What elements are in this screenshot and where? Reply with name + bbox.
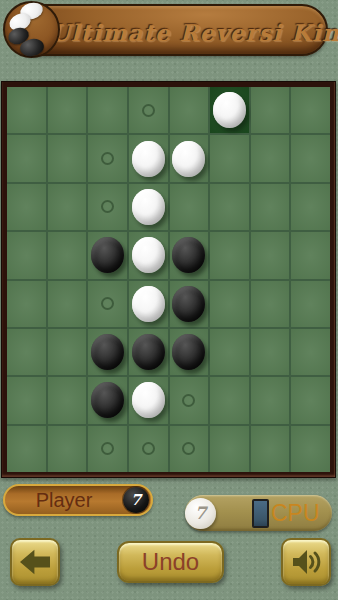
cell-h6[interactable] [291, 329, 330, 375]
cell-d2[interactable] [129, 135, 168, 181]
cell-b3[interactable] [48, 184, 87, 230]
cell-f2[interactable] [210, 135, 249, 181]
legal-move-hint-d1[interactable] [142, 104, 155, 117]
legal-move-hint-e7[interactable] [182, 394, 195, 407]
cell-b1[interactable] [48, 87, 87, 133]
app-title: Ultimate Reversi King [50, 19, 320, 46]
legal-move-hint-c5[interactable] [101, 297, 114, 310]
cell-a3[interactable] [7, 184, 46, 230]
cell-a7[interactable] [7, 377, 46, 423]
cell-e1[interactable] [170, 87, 209, 133]
cell-h5[interactable] [291, 281, 330, 327]
black-disc-e5 [172, 286, 205, 322]
undo-button[interactable]: Undo [117, 541, 224, 583]
cell-a6[interactable] [7, 329, 46, 375]
cell-d6[interactable] [129, 329, 168, 375]
cell-f1[interactable] [210, 87, 249, 133]
cell-d3[interactable] [129, 184, 168, 230]
cell-h2[interactable] [291, 135, 330, 181]
white-disc-f1 [213, 92, 246, 128]
cpu-white-disc-count: 7 [185, 498, 216, 529]
app-root: { "game": "reversi", "header": { "title"… [0, 0, 338, 600]
cell-b8[interactable] [48, 426, 87, 472]
cell-d7[interactable] [129, 377, 168, 423]
cell-c7[interactable] [88, 377, 127, 423]
cell-f6[interactable] [210, 329, 249, 375]
legal-move-hint-e8[interactable] [182, 442, 195, 455]
black-disc-e4 [172, 237, 205, 273]
cell-g5[interactable] [251, 281, 290, 327]
white-disc-d4 [132, 237, 165, 273]
cell-g2[interactable] [251, 135, 290, 181]
cell-e7[interactable] [170, 377, 209, 423]
back-button[interactable] [10, 538, 60, 586]
board-frame [1, 81, 336, 478]
cell-d4[interactable] [129, 232, 168, 278]
cell-c3[interactable] [88, 184, 127, 230]
black-disc-d6 [132, 334, 165, 370]
cell-c6[interactable] [88, 329, 127, 375]
cpu-score-pill: 7 CPU [185, 495, 332, 531]
cell-a5[interactable] [7, 281, 46, 327]
cell-b6[interactable] [48, 329, 87, 375]
cell-f8[interactable] [210, 426, 249, 472]
sound-button[interactable] [281, 538, 331, 586]
player-score-pill: Player 7 [3, 484, 153, 516]
legal-move-hint-d8[interactable] [142, 442, 155, 455]
cell-f3[interactable] [210, 184, 249, 230]
white-disc-d3 [132, 189, 165, 225]
cell-e6[interactable] [170, 329, 209, 375]
cell-e8[interactable] [170, 426, 209, 472]
cell-h3[interactable] [291, 184, 330, 230]
cell-e4[interactable] [170, 232, 209, 278]
cell-d1[interactable] [129, 87, 168, 133]
black-disc-c7 [91, 382, 124, 418]
cell-e2[interactable] [170, 135, 209, 181]
legal-move-hint-c3[interactable] [101, 200, 114, 213]
legal-move-hint-c2[interactable] [101, 152, 114, 165]
undo-button-label: Undo [142, 548, 199, 576]
cell-g3[interactable] [251, 184, 290, 230]
cell-a2[interactable] [7, 135, 46, 181]
cell-b4[interactable] [48, 232, 87, 278]
black-disc-c4 [91, 237, 124, 273]
cell-a8[interactable] [7, 426, 46, 472]
cell-g6[interactable] [251, 329, 290, 375]
cell-g4[interactable] [251, 232, 290, 278]
cell-c2[interactable] [88, 135, 127, 181]
cell-h8[interactable] [291, 426, 330, 472]
player-black-disc-count: 7 [123, 487, 149, 513]
cell-h4[interactable] [291, 232, 330, 278]
cell-b5[interactable] [48, 281, 87, 327]
cell-g1[interactable] [251, 87, 290, 133]
cell-g7[interactable] [251, 377, 290, 423]
cell-e5[interactable] [170, 281, 209, 327]
cell-g8[interactable] [251, 426, 290, 472]
cell-a1[interactable] [7, 87, 46, 133]
cell-h1[interactable] [291, 87, 330, 133]
cell-b7[interactable] [48, 377, 87, 423]
cell-d5[interactable] [129, 281, 168, 327]
cell-e3[interactable] [170, 184, 209, 230]
cell-c5[interactable] [88, 281, 127, 327]
cell-c1[interactable] [88, 87, 127, 133]
cell-f4[interactable] [210, 232, 249, 278]
legal-move-hint-c8[interactable] [101, 442, 114, 455]
white-disc-d2 [132, 141, 165, 177]
back-arrow-icon [20, 548, 50, 576]
cell-f7[interactable] [210, 377, 249, 423]
phone-icon [252, 499, 269, 528]
cell-c8[interactable] [88, 426, 127, 472]
black-disc-c6 [91, 334, 124, 370]
cpu-label: CPU [271, 500, 320, 527]
cell-c4[interactable] [88, 232, 127, 278]
cell-a4[interactable] [7, 232, 46, 278]
black-disc-e6 [172, 334, 205, 370]
cell-h7[interactable] [291, 377, 330, 423]
cell-b2[interactable] [48, 135, 87, 181]
cell-f5[interactable] [210, 281, 249, 327]
white-disc-d7 [132, 382, 165, 418]
white-disc-d5 [132, 286, 165, 322]
player-label: Player [5, 489, 123, 512]
board-grid [7, 87, 330, 472]
cell-d8[interactable] [129, 426, 168, 472]
speaker-icon [290, 546, 322, 578]
white-disc-e2 [172, 141, 205, 177]
